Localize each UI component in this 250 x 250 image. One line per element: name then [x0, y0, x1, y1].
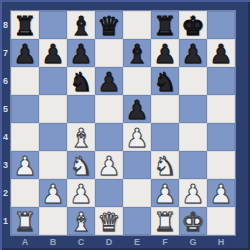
- square-b4[interactable]: [39, 123, 67, 151]
- square-a6[interactable]: [11, 67, 39, 95]
- black-rook-a8[interactable]: ♜: [13, 13, 36, 39]
- file-label-a: A: [11, 236, 39, 249]
- black-pawn-h7[interactable]: ♟: [209, 41, 232, 67]
- file-label-c: C: [67, 236, 95, 249]
- white-pawn-d3[interactable]: ♟: [97, 153, 120, 179]
- file-label-e: E: [123, 236, 151, 249]
- rank-label-2: 2: [0, 179, 11, 207]
- chess-board: ♜♝♛♜♚♟♟♟♝♟♟♟♞♟♞♟♝♟♟♞♟♞♟♟♟♟♟♜♝♛♜♚: [11, 11, 235, 235]
- square-d5[interactable]: [95, 95, 123, 123]
- white-knight-f3[interactable]: ♞: [153, 153, 176, 179]
- black-pawn-e5[interactable]: ♟: [125, 97, 148, 123]
- square-d3[interactable]: ♟: [95, 151, 123, 179]
- square-g8[interactable]: ♚: [179, 11, 207, 39]
- square-e7[interactable]: ♝: [123, 39, 151, 67]
- square-a8[interactable]: ♜: [11, 11, 39, 39]
- rank-label-4: 4: [0, 123, 11, 151]
- square-e2[interactable]: [123, 179, 151, 207]
- black-rook-f8[interactable]: ♜: [153, 13, 176, 39]
- square-f5[interactable]: [151, 95, 179, 123]
- square-e3[interactable]: [123, 151, 151, 179]
- square-a1[interactable]: ♜: [11, 207, 39, 235]
- square-a2[interactable]: [11, 179, 39, 207]
- square-d2[interactable]: [95, 179, 123, 207]
- white-knight-c3[interactable]: ♞: [69, 153, 92, 179]
- black-pawn-c7[interactable]: ♟: [69, 41, 92, 67]
- black-king-g8[interactable]: ♚: [181, 13, 204, 39]
- square-f3[interactable]: ♞: [151, 151, 179, 179]
- white-rook-f1[interactable]: ♜: [153, 209, 176, 235]
- file-label-b: B: [39, 236, 67, 249]
- file-label-f: F: [151, 236, 179, 249]
- square-d6[interactable]: ♟: [95, 67, 123, 95]
- square-b3[interactable]: [39, 151, 67, 179]
- square-e4[interactable]: ♟: [123, 123, 151, 151]
- square-d8[interactable]: ♛: [95, 11, 123, 39]
- white-rook-a1[interactable]: ♜: [13, 209, 36, 235]
- black-pawn-a7[interactable]: ♟: [13, 41, 36, 67]
- square-h6[interactable]: [207, 67, 235, 95]
- square-h8[interactable]: [207, 11, 235, 39]
- white-pawn-b2[interactable]: ♟: [41, 181, 64, 207]
- square-h7[interactable]: ♟: [207, 39, 235, 67]
- black-bishop-c8[interactable]: ♝: [69, 13, 92, 39]
- square-c8[interactable]: ♝: [67, 11, 95, 39]
- rank-label-1: 1: [0, 207, 11, 235]
- square-g2[interactable]: ♟: [179, 179, 207, 207]
- square-f2[interactable]: ♟: [151, 179, 179, 207]
- rank-label-7: 7: [0, 39, 11, 67]
- black-pawn-d6[interactable]: ♟: [97, 69, 120, 95]
- square-g5[interactable]: [179, 95, 207, 123]
- square-d1[interactable]: ♛: [95, 207, 123, 235]
- white-pawn-h2[interactable]: ♟: [209, 181, 232, 207]
- square-b8[interactable]: [39, 11, 67, 39]
- square-h2[interactable]: ♟: [207, 179, 235, 207]
- square-h1[interactable]: [207, 207, 235, 235]
- square-a5[interactable]: [11, 95, 39, 123]
- square-b5[interactable]: [39, 95, 67, 123]
- white-bishop-c1[interactable]: ♝: [69, 209, 92, 235]
- white-pawn-g2[interactable]: ♟: [181, 181, 204, 207]
- square-g4[interactable]: [179, 123, 207, 151]
- square-d4[interactable]: [95, 123, 123, 151]
- file-label-d: D: [95, 236, 123, 249]
- square-a3[interactable]: ♟: [11, 151, 39, 179]
- square-c6[interactable]: ♞: [67, 67, 95, 95]
- black-pawn-g7[interactable]: ♟: [181, 41, 204, 67]
- square-f4[interactable]: [151, 123, 179, 151]
- black-knight-c6[interactable]: ♞: [69, 69, 92, 95]
- square-f8[interactable]: ♜: [151, 11, 179, 39]
- black-queen-d8[interactable]: ♛: [97, 13, 120, 39]
- square-f6[interactable]: ♞: [151, 67, 179, 95]
- black-knight-f6[interactable]: ♞: [153, 69, 176, 95]
- rank-label-3: 3: [0, 151, 11, 179]
- chess-board-frame: 87654321 ♜♝♛♜♚♟♟♟♝♟♟♟♞♟♞♟♝♟♟♞♟♞♟♟♟♟♟♜♝♛♜…: [0, 0, 250, 250]
- square-b1[interactable]: [39, 207, 67, 235]
- file-label-g: G: [179, 236, 207, 249]
- square-e1[interactable]: [123, 207, 151, 235]
- black-bishop-e7[interactable]: ♝: [125, 41, 148, 67]
- rank-labels: 87654321: [0, 11, 11, 235]
- white-pawn-e4[interactable]: ♟: [125, 125, 148, 151]
- square-f7[interactable]: ♟: [151, 39, 179, 67]
- square-c5[interactable]: [67, 95, 95, 123]
- file-label-h: H: [207, 236, 235, 249]
- square-c2[interactable]: ♟: [67, 179, 95, 207]
- rank-label-5: 5: [0, 95, 11, 123]
- square-g7[interactable]: ♟: [179, 39, 207, 67]
- rank-label-6: 6: [0, 67, 11, 95]
- black-pawn-b7[interactable]: ♟: [41, 41, 64, 67]
- square-c4[interactable]: ♝: [67, 123, 95, 151]
- square-f1[interactable]: ♜: [151, 207, 179, 235]
- file-labels: ABCDEFGH: [11, 236, 235, 249]
- square-c7[interactable]: ♟: [67, 39, 95, 67]
- square-b6[interactable]: [39, 67, 67, 95]
- white-pawn-c2[interactable]: ♟: [69, 181, 92, 207]
- square-c3[interactable]: ♞: [67, 151, 95, 179]
- square-g1[interactable]: ♚: [179, 207, 207, 235]
- square-g6[interactable]: [179, 67, 207, 95]
- square-d7[interactable]: [95, 39, 123, 67]
- square-e8[interactable]: [123, 11, 151, 39]
- white-queen-d1[interactable]: ♛: [97, 209, 120, 235]
- square-a7[interactable]: ♟: [11, 39, 39, 67]
- white-bishop-c4[interactable]: ♝: [69, 125, 92, 151]
- square-e6[interactable]: [123, 67, 151, 95]
- white-pawn-a3[interactable]: ♟: [13, 153, 36, 179]
- white-pawn-f2[interactable]: ♟: [153, 181, 176, 207]
- square-h4[interactable]: [207, 123, 235, 151]
- square-g3[interactable]: [179, 151, 207, 179]
- square-h5[interactable]: [207, 95, 235, 123]
- square-c1[interactable]: ♝: [67, 207, 95, 235]
- black-pawn-f7[interactable]: ♟: [153, 41, 176, 67]
- square-a4[interactable]: [11, 123, 39, 151]
- square-e5[interactable]: ♟: [123, 95, 151, 123]
- rank-label-8: 8: [0, 11, 11, 39]
- white-king-g1[interactable]: ♚: [181, 209, 204, 235]
- square-h3[interactable]: [207, 151, 235, 179]
- square-b7[interactable]: ♟: [39, 39, 67, 67]
- square-b2[interactable]: ♟: [39, 179, 67, 207]
